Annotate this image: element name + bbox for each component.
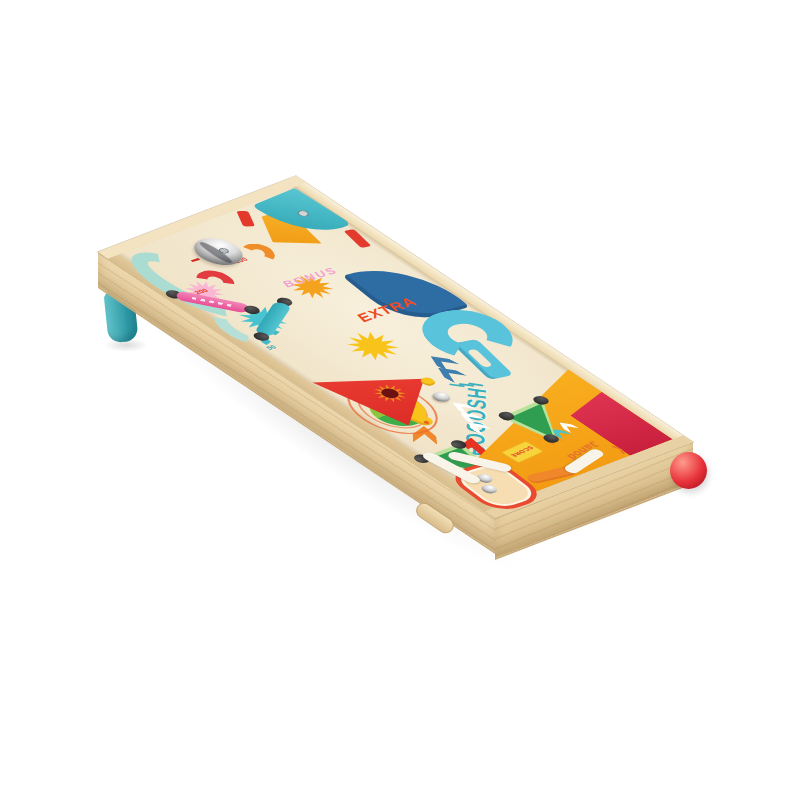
trough-ball xyxy=(478,484,500,495)
screw-icon xyxy=(295,209,311,217)
bonus-label: BONUS xyxy=(278,265,341,289)
extra-label: EXTRA xyxy=(353,295,422,325)
sticker-label: SCORE xyxy=(509,446,535,459)
plunger-knob xyxy=(670,452,707,489)
product-photo: BONUS EXTRA WHOOOSH 100 200 50 xyxy=(0,0,800,800)
